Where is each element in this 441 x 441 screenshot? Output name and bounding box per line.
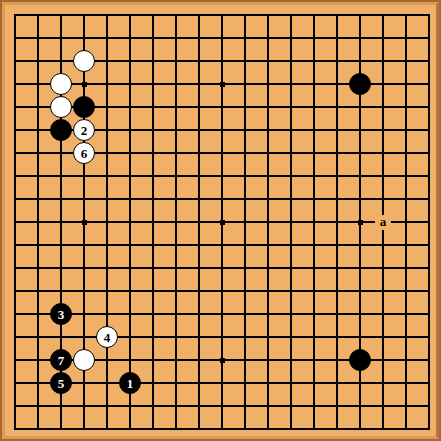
stone-black-C14[interactable] xyxy=(50,119,72,141)
grid-line-vertical xyxy=(290,14,292,430)
grid-line-horizontal xyxy=(14,244,430,246)
grid-line-vertical xyxy=(428,14,430,430)
point-label-a[interactable]: a xyxy=(375,215,391,230)
grid-line-vertical xyxy=(336,14,338,430)
stone-white-D13[interactable]: 6 xyxy=(73,142,95,164)
stone-black-C3[interactable]: 5 xyxy=(50,372,72,394)
star-point xyxy=(220,220,225,225)
stone-white-C16[interactable] xyxy=(50,73,72,95)
stone-black-F3[interactable]: 1 xyxy=(119,372,141,394)
grid-line-vertical xyxy=(267,14,269,430)
star-point xyxy=(358,220,363,225)
stone-black-Q4[interactable] xyxy=(349,349,371,371)
stone-white-E5[interactable]: 4 xyxy=(96,326,118,348)
stone-black-D15[interactable] xyxy=(73,96,95,118)
grid-line-vertical xyxy=(405,14,407,430)
stone-white-D17[interactable] xyxy=(73,50,95,72)
grid-line-horizontal xyxy=(14,336,430,338)
star-point xyxy=(220,358,225,363)
stone-black-Q16[interactable] xyxy=(349,73,371,95)
grid-line-horizontal xyxy=(14,267,430,269)
grid-line-vertical xyxy=(244,14,246,430)
stone-white-C15[interactable] xyxy=(50,96,72,118)
grid-line-horizontal xyxy=(14,313,430,315)
star-point xyxy=(220,82,225,87)
star-point xyxy=(82,220,87,225)
go-diagram: 2634751a xyxy=(0,0,441,441)
stone-black-C6[interactable]: 3 xyxy=(50,303,72,325)
grid-line-horizontal xyxy=(14,405,430,407)
grid-line-vertical xyxy=(313,14,315,430)
grid-line-horizontal xyxy=(14,290,430,292)
stone-black-C4[interactable]: 7 xyxy=(50,349,72,371)
star-point xyxy=(82,82,87,87)
stone-white-D14[interactable]: 2 xyxy=(73,119,95,141)
grid-line-horizontal xyxy=(14,382,430,384)
stone-white-D4[interactable] xyxy=(73,349,95,371)
go-board[interactable]: 2634751a xyxy=(0,0,441,441)
grid-line-horizontal xyxy=(14,428,430,430)
